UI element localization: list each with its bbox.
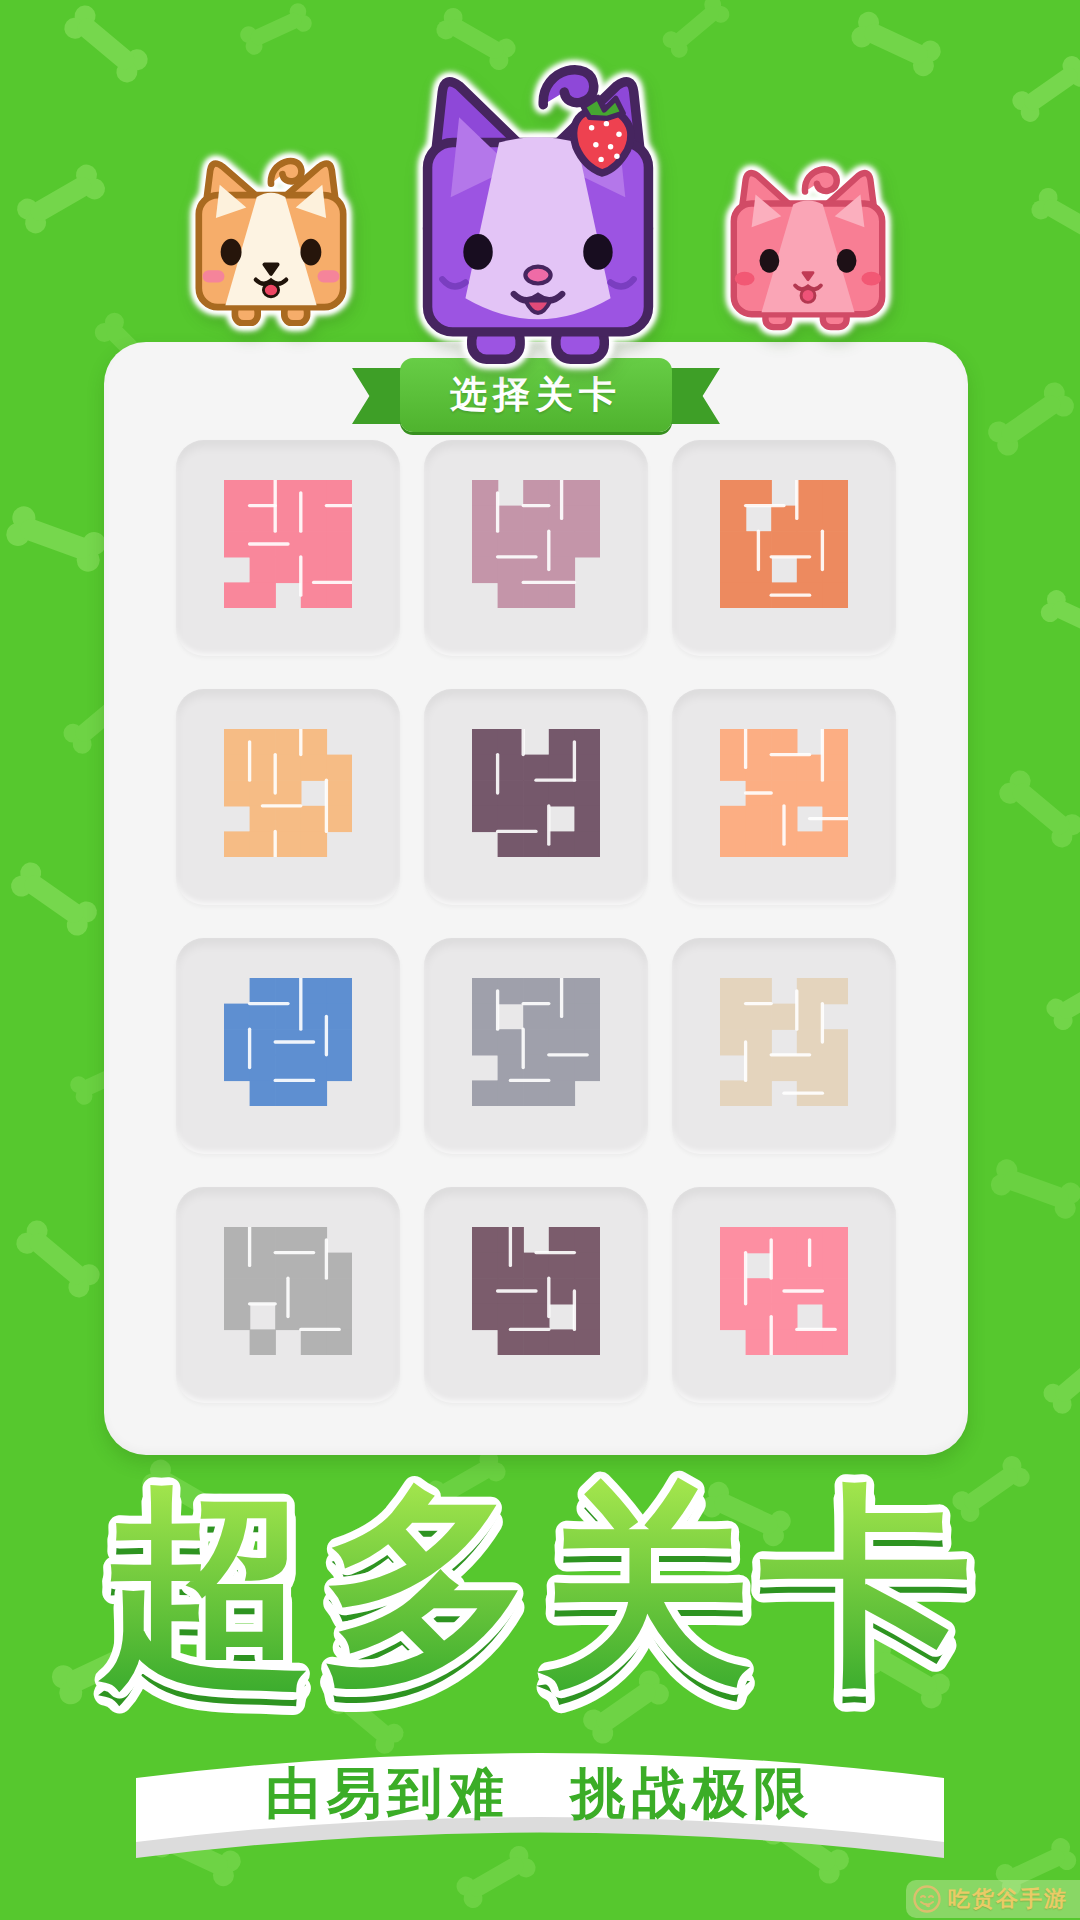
maze-thumbnail-2 <box>472 480 600 608</box>
boy-face-licking-icon <box>912 1884 942 1914</box>
bone-decoration <box>236 0 316 58</box>
eye <box>463 234 492 270</box>
level-tile-11[interactable] <box>424 1187 648 1403</box>
level-tile-12[interactable] <box>672 1187 896 1403</box>
bone-decoration <box>11 1215 106 1303</box>
bone-decoration <box>12 160 111 239</box>
maze-thumbnail-4 <box>224 729 352 857</box>
bone-decoration <box>1036 586 1080 652</box>
bone-decoration <box>1027 183 1080 254</box>
blush <box>203 270 225 282</box>
tongue <box>801 289 815 303</box>
level-select-card: 选择关卡 <box>104 342 968 1455</box>
bone-decoration <box>982 377 1079 461</box>
promo-subtitle-text: 由易到难 挑战极限 <box>266 1762 815 1824</box>
orange-corgi-sticker <box>176 140 366 326</box>
level-tile-1[interactable] <box>176 440 400 656</box>
bone-decoration <box>1 502 110 576</box>
level-tile-4[interactable] <box>176 689 400 905</box>
promo-title: 超多关卡 超多关卡 <box>0 1448 1080 1748</box>
title-ribbon: 选择关卡 <box>352 358 720 434</box>
ribbon-body: 选择关卡 <box>400 358 672 432</box>
maze-thumbnail-6 <box>720 729 848 857</box>
maze-thumbnail-12 <box>720 1227 848 1355</box>
promo-subtitle-banner: 由易到难 挑战极限 <box>122 1738 958 1866</box>
eye <box>221 239 242 266</box>
eye <box>760 249 780 273</box>
maze-thumbnail-3 <box>720 480 848 608</box>
level-tile-3[interactable] <box>672 440 896 656</box>
bone-decoration <box>986 1155 1080 1222</box>
level-tile-10[interactable] <box>176 1187 400 1403</box>
level-tile-9[interactable] <box>672 938 896 1154</box>
maze-thumbnail-5 <box>472 729 600 857</box>
bone-decoration <box>1042 963 1080 1034</box>
maze-thumbnail-7 <box>224 978 352 1106</box>
level-tile-5[interactable] <box>424 689 648 905</box>
promo-title-text: 超多关卡 <box>98 1468 980 1705</box>
purple-cat-with-strawberry-sticker <box>396 50 680 366</box>
level-grid <box>176 440 896 1403</box>
maze-thumbnail-11 <box>472 1227 600 1355</box>
bone-decoration <box>1038 1339 1080 1418</box>
maze-thumbnail-8 <box>472 978 600 1106</box>
level-tile-7[interactable] <box>176 938 400 1154</box>
blush <box>735 272 755 286</box>
pink-cat-sticker <box>714 150 902 332</box>
bone-decoration <box>59 0 154 88</box>
bone-decoration <box>1007 51 1080 127</box>
tongue <box>263 283 278 296</box>
bone-decoration <box>846 7 945 80</box>
level-tile-6[interactable] <box>672 689 896 905</box>
maze-thumbnail-1 <box>224 480 352 608</box>
watermark-text: 吃货谷手游 <box>948 1884 1068 1914</box>
bone-decoration <box>994 765 1080 853</box>
maze-thumbnail-9 <box>720 978 848 1106</box>
level-tile-2[interactable] <box>424 440 648 656</box>
watermark-badge: 吃货谷手游 <box>906 1880 1080 1918</box>
bone-decoration <box>5 857 102 941</box>
level-tile-8[interactable] <box>424 938 648 1154</box>
level-select-title: 选择关卡 <box>450 370 622 420</box>
maze-thumbnail-10 <box>224 1227 352 1355</box>
